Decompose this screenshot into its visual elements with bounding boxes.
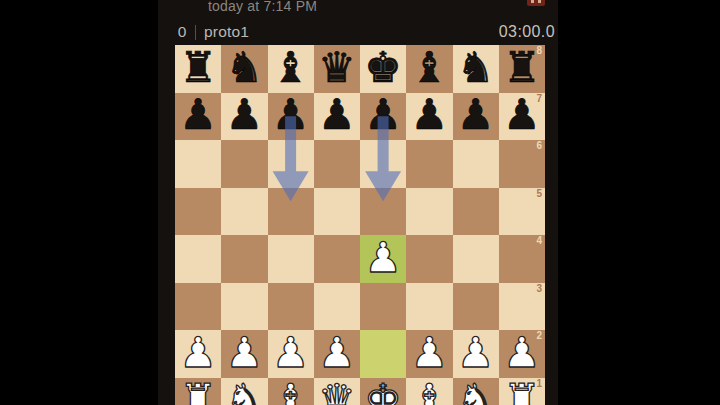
- square-h4[interactable]: 4: [499, 235, 545, 283]
- square-f8[interactable]: ♝: [406, 45, 452, 93]
- piece-black-king-e8: ♚: [364, 47, 402, 89]
- square-f1[interactable]: ♝: [406, 378, 452, 405]
- square-b2[interactable]: ♟: [221, 330, 267, 378]
- square-a1[interactable]: ♜: [175, 378, 221, 405]
- piece-white-knight-g1: ♞: [457, 379, 495, 405]
- piece-white-pawn-c2: ♟: [272, 332, 310, 374]
- piece-black-rook-a8: ♜: [179, 47, 217, 89]
- piece-black-pawn-a7: ♟: [179, 94, 217, 136]
- square-c4[interactable]: [268, 235, 314, 283]
- square-e1[interactable]: ♚: [360, 378, 406, 405]
- piece-black-pawn-d7: ♟: [318, 94, 356, 136]
- square-c3[interactable]: [268, 283, 314, 331]
- piece-white-knight-b1: ♞: [226, 379, 264, 405]
- square-e7[interactable]: ♟: [360, 93, 406, 141]
- player-bar: 0 proto1 03:00.0: [176, 20, 555, 44]
- square-d7[interactable]: ♟: [314, 93, 360, 141]
- square-c2[interactable]: ♟: [268, 330, 314, 378]
- coord-rank-8: 8: [536, 46, 542, 56]
- square-c6[interactable]: [268, 140, 314, 188]
- square-h2[interactable]: ♟2: [499, 330, 545, 378]
- square-c1[interactable]: ♝: [268, 378, 314, 405]
- coord-rank-1: 1: [536, 379, 542, 389]
- chat-timestamp: today at 7:14 PM: [208, 0, 317, 14]
- square-e8[interactable]: ♚: [360, 45, 406, 93]
- piece-black-bishop-f8: ♝: [411, 47, 449, 89]
- square-c8[interactable]: ♝: [268, 45, 314, 93]
- square-f6[interactable]: [406, 140, 452, 188]
- square-b1[interactable]: ♞: [221, 378, 267, 405]
- square-e6[interactable]: [360, 140, 406, 188]
- square-b8[interactable]: ♞: [221, 45, 267, 93]
- piece-white-pawn-g2: ♟: [457, 332, 495, 374]
- square-g8[interactable]: ♞: [453, 45, 499, 93]
- square-e4[interactable]: ♟: [360, 235, 406, 283]
- piece-black-pawn-b7: ♟: [226, 94, 264, 136]
- square-f4[interactable]: [406, 235, 452, 283]
- square-h7[interactable]: ♟7: [499, 93, 545, 141]
- square-a8[interactable]: ♜: [175, 45, 221, 93]
- square-a4[interactable]: [175, 235, 221, 283]
- piece-white-pawn-b2: ♟: [226, 332, 264, 374]
- piece-white-queen-d1: ♛: [318, 379, 356, 405]
- piece-white-bishop-f1: ♝: [411, 379, 449, 405]
- coord-rank-3: 3: [536, 284, 542, 294]
- square-h6[interactable]: 6: [499, 140, 545, 188]
- square-h3[interactable]: 3: [499, 283, 545, 331]
- square-c5[interactable]: [268, 188, 314, 236]
- chess-board[interactable]: ♜♞♝♛♚♝♞♜8♟♟♟♟♟♟♟♟765♟43♟♟♟♟♟♟♟2♜♞♝♛♚♝♞♜1: [175, 45, 545, 405]
- coord-rank-4: 4: [536, 236, 542, 246]
- piece-white-pawn-h2: ♟: [503, 332, 541, 374]
- coord-rank-2: 2: [536, 331, 542, 341]
- piece-white-rook-a1: ♜: [179, 379, 217, 405]
- badge-stripe: [531, 0, 534, 3]
- square-f7[interactable]: ♟: [406, 93, 452, 141]
- piece-black-pawn-h7: ♟: [503, 94, 541, 136]
- square-g5[interactable]: [453, 188, 499, 236]
- piece-black-queen-d8: ♛: [318, 47, 356, 89]
- square-e3[interactable]: [360, 283, 406, 331]
- piece-white-bishop-c1: ♝: [272, 379, 310, 405]
- square-d2[interactable]: ♟: [314, 330, 360, 378]
- square-h1[interactable]: ♜1: [499, 378, 545, 405]
- square-c7[interactable]: ♟: [268, 93, 314, 141]
- square-a2[interactable]: ♟: [175, 330, 221, 378]
- square-a5[interactable]: [175, 188, 221, 236]
- coord-rank-7: 7: [536, 94, 542, 104]
- score-divider: [195, 25, 196, 40]
- red-striped-badge-icon[interactable]: [527, 0, 545, 6]
- piece-white-king-e1: ♚: [364, 379, 402, 405]
- piece-white-pawn-d2: ♟: [318, 332, 356, 374]
- piece-white-pawn-a2: ♟: [179, 332, 217, 374]
- square-f2[interactable]: ♟: [406, 330, 452, 378]
- square-f5[interactable]: [406, 188, 452, 236]
- app-screen: today at 7:14 PM 0 proto1 03:00.0 ♜♞♝♛♚♝…: [158, 0, 558, 405]
- player-score: 0: [176, 23, 188, 41]
- square-g2[interactable]: ♟: [453, 330, 499, 378]
- piece-black-rook-h8: ♜: [503, 47, 541, 89]
- square-e2[interactable]: [360, 330, 406, 378]
- square-g7[interactable]: ♟: [453, 93, 499, 141]
- square-h8[interactable]: ♜8: [499, 45, 545, 93]
- square-d6[interactable]: [314, 140, 360, 188]
- square-a7[interactable]: ♟: [175, 93, 221, 141]
- square-b5[interactable]: [221, 188, 267, 236]
- piece-white-pawn-e4: ♟: [364, 237, 402, 279]
- piece-white-rook-h1: ♜: [503, 379, 541, 405]
- square-d3[interactable]: [314, 283, 360, 331]
- piece-black-pawn-f7: ♟: [411, 94, 449, 136]
- square-d5[interactable]: [314, 188, 360, 236]
- piece-black-bishop-c8: ♝: [272, 47, 310, 89]
- piece-black-pawn-g7: ♟: [457, 94, 495, 136]
- square-a3[interactable]: [175, 283, 221, 331]
- player-clock: 03:00.0: [499, 23, 555, 41]
- video-letterbox: today at 7:14 PM 0 proto1 03:00.0 ♜♞♝♛♚♝…: [0, 0, 720, 405]
- square-d4[interactable]: [314, 235, 360, 283]
- piece-black-knight-g8: ♞: [457, 47, 495, 89]
- square-g3[interactable]: [453, 283, 499, 331]
- square-g4[interactable]: [453, 235, 499, 283]
- square-b4[interactable]: [221, 235, 267, 283]
- square-d8[interactable]: ♛: [314, 45, 360, 93]
- badge-stripe: [538, 0, 541, 3]
- coord-rank-6: 6: [536, 141, 542, 151]
- square-b3[interactable]: [221, 283, 267, 331]
- piece-black-pawn-c7: ♟: [272, 94, 310, 136]
- square-h5[interactable]: 5: [499, 188, 545, 236]
- square-b6[interactable]: [221, 140, 267, 188]
- piece-black-knight-b8: ♞: [226, 47, 264, 89]
- square-g6[interactable]: [453, 140, 499, 188]
- square-b7[interactable]: ♟: [221, 93, 267, 141]
- coord-rank-5: 5: [536, 189, 542, 199]
- square-a6[interactable]: [175, 140, 221, 188]
- square-g1[interactable]: ♞: [453, 378, 499, 405]
- player-name: proto1: [204, 23, 249, 41]
- square-d1[interactable]: ♛: [314, 378, 360, 405]
- piece-black-pawn-e7: ♟: [364, 94, 402, 136]
- piece-white-pawn-f2: ♟: [411, 332, 449, 374]
- square-e5[interactable]: [360, 188, 406, 236]
- square-f3[interactable]: [406, 283, 452, 331]
